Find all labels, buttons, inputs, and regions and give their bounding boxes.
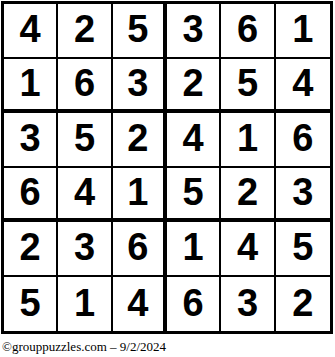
cell-r5c6: 5 <box>276 222 330 277</box>
cell-r5c5: 4 <box>221 222 275 277</box>
cell-r1c5: 6 <box>221 4 275 59</box>
cell-r6c6: 2 <box>276 277 330 332</box>
cell-r2c4: 2 <box>167 59 221 114</box>
cell-r3c4: 4 <box>167 113 221 168</box>
cell-r3c3: 2 <box>113 113 167 168</box>
cell-r3c5: 1 <box>221 113 275 168</box>
cell-r6c5: 3 <box>221 277 275 332</box>
sudoku-board: 425361163254352416641523236145514632 <box>1 1 333 334</box>
cell-r4c1: 6 <box>4 168 58 223</box>
cell-r6c2: 1 <box>58 277 112 332</box>
cell-r6c1: 5 <box>4 277 58 332</box>
cell-r2c5: 5 <box>221 59 275 114</box>
cell-r1c3: 5 <box>113 4 167 59</box>
cell-r2c1: 1 <box>4 59 58 114</box>
cell-r4c6: 3 <box>276 168 330 223</box>
cell-r4c3: 1 <box>113 168 167 223</box>
cell-r1c2: 2 <box>58 4 112 59</box>
cell-r5c3: 6 <box>113 222 167 277</box>
cell-r1c4: 3 <box>167 4 221 59</box>
cell-r4c5: 2 <box>221 168 275 223</box>
cell-r4c4: 5 <box>167 168 221 223</box>
cell-r1c6: 1 <box>276 4 330 59</box>
cell-r2c3: 3 <box>113 59 167 114</box>
cell-r2c2: 6 <box>58 59 112 114</box>
cell-r5c1: 2 <box>4 222 58 277</box>
cell-r6c4: 6 <box>167 277 221 332</box>
cell-r6c3: 4 <box>113 277 167 332</box>
cell-r5c4: 1 <box>167 222 221 277</box>
cell-r1c1: 4 <box>4 4 58 59</box>
cell-r3c2: 5 <box>58 113 112 168</box>
cell-r3c1: 3 <box>4 113 58 168</box>
cell-r5c2: 3 <box>58 222 112 277</box>
cell-r3c6: 6 <box>276 113 330 168</box>
cell-r4c2: 4 <box>58 168 112 223</box>
copyright-credit: ©grouppuzzles.com – 9/2/2024 <box>2 339 166 355</box>
cell-r2c6: 4 <box>276 59 330 114</box>
